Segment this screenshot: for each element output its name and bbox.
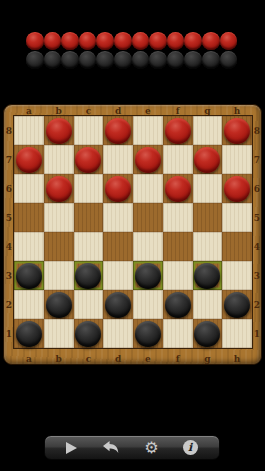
square-c3[interactable]: [74, 261, 104, 290]
square-c6[interactable]: [74, 174, 104, 203]
square-h5[interactable]: [222, 203, 252, 232]
rank-labels-right: 87654321: [252, 116, 262, 348]
square-d3[interactable]: [103, 261, 133, 290]
square-e6[interactable]: [133, 174, 163, 203]
square-g8[interactable]: [193, 116, 223, 145]
square-b1[interactable]: [44, 319, 74, 348]
square-a4[interactable]: [14, 232, 44, 261]
checker-black[interactable]: [165, 292, 191, 318]
square-e7[interactable]: [133, 145, 163, 174]
tray-checker-black: [149, 51, 167, 69]
checker-red[interactable]: [194, 147, 220, 173]
square-a2[interactable]: [14, 290, 44, 319]
square-b5[interactable]: [44, 203, 74, 232]
coord-label: 7: [252, 145, 262, 174]
square-c2[interactable]: [74, 290, 104, 319]
square-d5[interactable]: [103, 203, 133, 232]
square-d4[interactable]: [103, 232, 133, 261]
square-g1[interactable]: [193, 319, 223, 348]
square-g6[interactable]: [193, 174, 223, 203]
tray-checker-red: [96, 32, 114, 50]
tray-checker-black: [202, 51, 220, 69]
gear-icon: ⚙︎: [144, 440, 158, 456]
settings-button[interactable]: ⚙︎: [144, 436, 158, 459]
checker-black[interactable]: [194, 263, 220, 289]
tray-checker-black: [220, 51, 238, 69]
checkers-board: abcdefgh abcdefgh 87654321 87654321: [3, 104, 262, 365]
tray-checker-red: [26, 32, 44, 50]
square-f3[interactable]: [163, 261, 193, 290]
square-d7[interactable]: [103, 145, 133, 174]
square-g2[interactable]: [193, 290, 223, 319]
square-c5[interactable]: [74, 203, 104, 232]
coord-label: 6: [4, 174, 14, 203]
square-h6[interactable]: [222, 174, 252, 203]
square-f2[interactable]: [163, 290, 193, 319]
coord-label: 6: [252, 174, 262, 203]
app-screen: abcdefgh abcdefgh 87654321 87654321 ⚙︎ i: [0, 0, 265, 471]
square-h2[interactable]: [222, 290, 252, 319]
file-labels-top: abcdefgh: [14, 105, 252, 116]
coord-label: 1: [4, 319, 14, 348]
square-e1[interactable]: [133, 319, 163, 348]
square-e5[interactable]: [133, 203, 163, 232]
coord-label: 4: [4, 232, 14, 261]
square-b3[interactable]: [44, 261, 74, 290]
coord-label: h: [222, 105, 252, 116]
square-h3[interactable]: [222, 261, 252, 290]
tray-checker-black: [167, 51, 185, 69]
tray-checker-black: [61, 51, 79, 69]
checker-red[interactable]: [165, 118, 191, 144]
square-a1[interactable]: [14, 319, 44, 348]
tray-checker-red: [202, 32, 220, 50]
tray-checker-red: [61, 32, 79, 50]
square-h8[interactable]: [222, 116, 252, 145]
checker-black[interactable]: [194, 321, 220, 347]
checker-red[interactable]: [16, 147, 42, 173]
tray-checker-red: [79, 32, 97, 50]
square-a5[interactable]: [14, 203, 44, 232]
checker-red[interactable]: [105, 176, 131, 202]
tray-checker-black: [96, 51, 114, 69]
coord-label: 3: [4, 261, 14, 290]
square-f4[interactable]: [163, 232, 193, 261]
coord-label: d: [103, 353, 133, 365]
checker-black[interactable]: [75, 263, 101, 289]
square-b8[interactable]: [44, 116, 74, 145]
rank-labels-left: 87654321: [4, 116, 14, 348]
square-g4[interactable]: [193, 232, 223, 261]
tray-checker-black: [44, 51, 62, 69]
tray-checker-black: [114, 51, 132, 69]
coord-label: 5: [4, 203, 14, 232]
coord-label: b: [44, 353, 74, 365]
checker-black[interactable]: [46, 292, 72, 318]
tray-checker-black: [184, 51, 202, 69]
square-g7[interactable]: [193, 145, 223, 174]
checker-red[interactable]: [224, 176, 250, 202]
coord-label: 7: [4, 145, 14, 174]
square-f7[interactable]: [163, 145, 193, 174]
square-b4[interactable]: [44, 232, 74, 261]
checker-black[interactable]: [135, 263, 161, 289]
square-d6[interactable]: [103, 174, 133, 203]
coord-label: 5: [252, 203, 262, 232]
coord-label: 4: [252, 232, 262, 261]
square-e8[interactable]: [133, 116, 163, 145]
checker-red[interactable]: [105, 118, 131, 144]
tray-checker-red: [132, 32, 150, 50]
checker-black[interactable]: [16, 263, 42, 289]
checker-black[interactable]: [224, 292, 250, 318]
tray-checker-red: [184, 32, 202, 50]
coord-label: h: [222, 353, 252, 365]
square-c4[interactable]: [74, 232, 104, 261]
square-g5[interactable]: [193, 203, 223, 232]
square-a7[interactable]: [14, 145, 44, 174]
square-a8[interactable]: [14, 116, 44, 145]
tray-checker-red: [167, 32, 185, 50]
play-icon: [66, 442, 77, 454]
square-a6[interactable]: [14, 174, 44, 203]
square-b2[interactable]: [44, 290, 74, 319]
square-a3[interactable]: [14, 261, 44, 290]
tray-checker-black: [132, 51, 150, 69]
checker-red[interactable]: [165, 176, 191, 202]
coord-label: e: [133, 105, 163, 116]
square-d2[interactable]: [103, 290, 133, 319]
file-labels-bottom: abcdefgh: [14, 348, 252, 365]
tray-checker-red: [220, 32, 238, 50]
coord-label: e: [133, 353, 163, 365]
square-b7[interactable]: [44, 145, 74, 174]
square-c1[interactable]: [74, 319, 104, 348]
square-g3[interactable]: [193, 261, 223, 290]
info-button[interactable]: i: [183, 436, 198, 459]
checker-red[interactable]: [135, 147, 161, 173]
coord-label: 8: [4, 116, 14, 145]
square-c8[interactable]: [74, 116, 104, 145]
square-e3[interactable]: [133, 261, 163, 290]
tray-checker-red: [44, 32, 62, 50]
coord-label: c: [74, 353, 104, 365]
play-button[interactable]: [66, 436, 77, 459]
info-icon: i: [183, 440, 198, 455]
coord-label: c: [74, 105, 104, 116]
square-b6[interactable]: [44, 174, 74, 203]
coord-label: b: [44, 105, 74, 116]
board-grid: [14, 116, 252, 348]
square-f1[interactable]: [163, 319, 193, 348]
checker-black[interactable]: [135, 321, 161, 347]
coord-label: g: [193, 353, 223, 365]
square-d1[interactable]: [103, 319, 133, 348]
checker-black[interactable]: [16, 321, 42, 347]
tray-checker-red: [149, 32, 167, 50]
square-h1[interactable]: [222, 319, 252, 348]
coord-label: f: [163, 353, 193, 365]
checker-red[interactable]: [46, 118, 72, 144]
square-e4[interactable]: [133, 232, 163, 261]
coord-label: a: [14, 105, 44, 116]
coord-label: a: [14, 353, 44, 365]
coord-label: f: [163, 105, 193, 116]
coord-label: 3: [252, 261, 262, 290]
square-f5[interactable]: [163, 203, 193, 232]
toolbar: ⚙︎ i: [44, 435, 220, 460]
coord-label: 2: [4, 290, 14, 319]
checker-red[interactable]: [75, 147, 101, 173]
square-d8[interactable]: [103, 116, 133, 145]
coord-label: d: [103, 105, 133, 116]
tray-row-red: [26, 32, 237, 50]
checker-black[interactable]: [105, 292, 131, 318]
square-h4[interactable]: [222, 232, 252, 261]
square-f8[interactable]: [163, 116, 193, 145]
tray-checker-black: [26, 51, 44, 69]
square-h7[interactable]: [222, 145, 252, 174]
tray-checker-black: [79, 51, 97, 69]
coord-label: 8: [252, 116, 262, 145]
square-f6[interactable]: [163, 174, 193, 203]
coord-label: 2: [252, 290, 262, 319]
coord-label: g: [193, 105, 223, 116]
undo-icon: [101, 440, 120, 455]
square-c7[interactable]: [74, 145, 104, 174]
square-e2[interactable]: [133, 290, 163, 319]
checker-black[interactable]: [75, 321, 101, 347]
tray-row-black: [26, 51, 237, 69]
checker-red[interactable]: [46, 176, 72, 202]
checker-red[interactable]: [224, 118, 250, 144]
undo-button[interactable]: [101, 436, 120, 459]
coord-label: 1: [252, 319, 262, 348]
tray-checker-red: [114, 32, 132, 50]
